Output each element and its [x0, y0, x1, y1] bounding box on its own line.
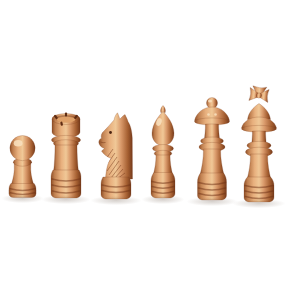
rook-graphic	[47, 112, 85, 200]
chess-set-photo	[0, 0, 285, 285]
piece-shadow	[142, 195, 184, 204]
chess-piece-rook	[47, 112, 85, 200]
chess-piece-knight	[96, 111, 136, 201]
chess-piece-pawn	[6, 135, 39, 199]
piece-shadow	[233, 199, 285, 208]
piece-shadow	[91, 196, 141, 205]
queen-graphic	[192, 97, 232, 202]
piece-shadow	[187, 197, 237, 206]
piece-shadow	[42, 195, 89, 204]
chess-piece-king	[238, 84, 280, 204]
piece-shadow	[2, 194, 43, 203]
king-cross	[249, 86, 269, 103]
chess-piece-bishop	[146, 104, 180, 200]
pawn-graphic	[6, 135, 39, 199]
knight-graphic	[96, 111, 136, 201]
king-graphic	[238, 84, 280, 204]
chess-piece-queen	[192, 97, 232, 202]
bishop-graphic	[146, 104, 180, 200]
